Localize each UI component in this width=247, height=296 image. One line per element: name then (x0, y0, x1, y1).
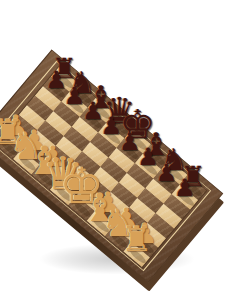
board-scene: ♜♞♝♛♚♝♞♜♟♟♟♟♟♟♟♟♟♟♟♟♟♟♟♟♜♞♝♛♚♝♞♜ (0, 0, 247, 296)
chess-board: ♜♞♝♛♚♝♞♜♟♟♟♟♟♟♟♟♟♟♟♟♟♟♟♟♜♞♝♛♚♝♞♜ (0, 67, 206, 267)
chess-set-photo: ♜♞♝♛♚♝♞♜♟♟♟♟♟♟♟♟♟♟♟♟♟♟♟♟♜♞♝♛♚♝♞♜ (0, 0, 247, 296)
chess-board-frame: ♜♞♝♛♚♝♞♜♟♟♟♟♟♟♟♟♟♟♟♟♟♟♟♟♜♞♝♛♚♝♞♜ (0, 49, 223, 282)
white-rook-h1: ♜ (121, 222, 152, 257)
square-h1: ♜ (123, 242, 149, 267)
black-pawn-h7: ♟ (174, 176, 196, 200)
